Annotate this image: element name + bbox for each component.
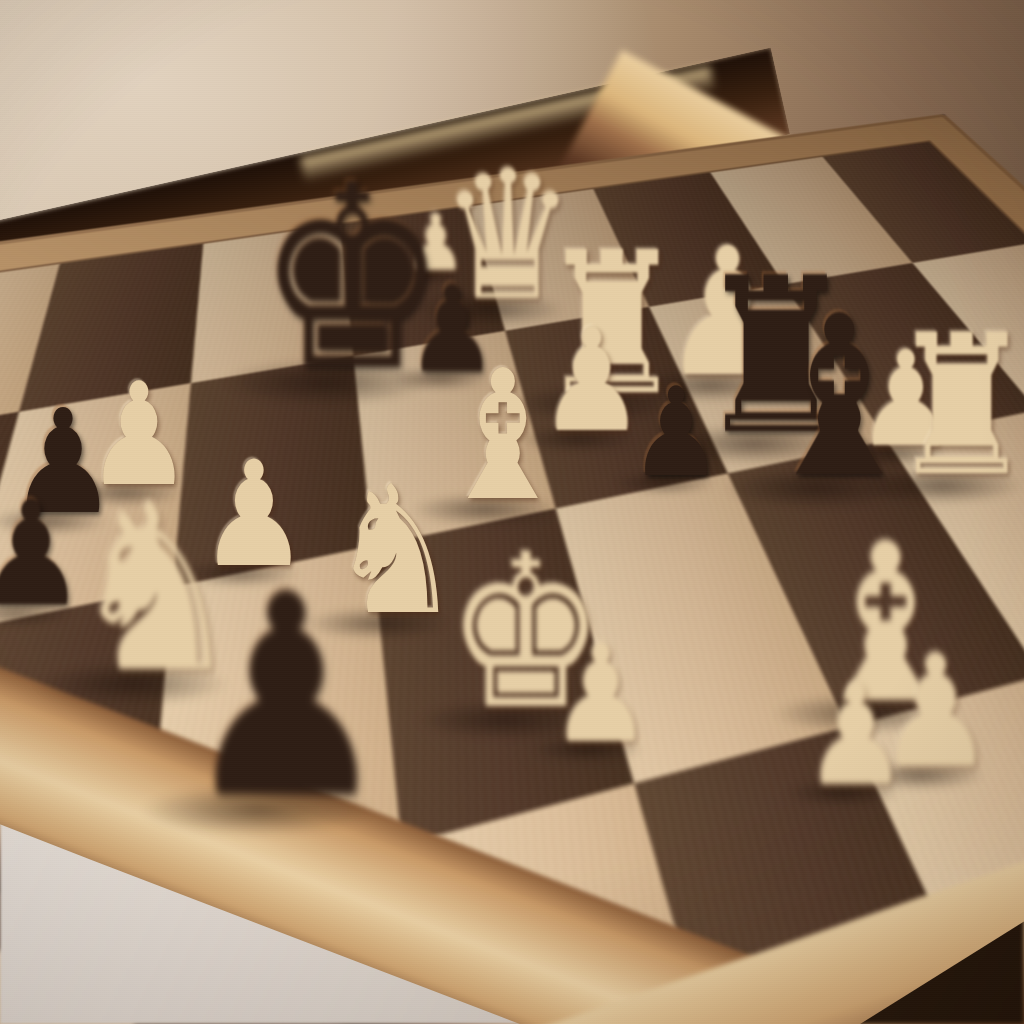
- piece-white-pawn-g2[interactable]: ♟: [804, 667, 909, 806]
- piece-black-bishop-g4[interactable]: ♝: [755, 286, 922, 508]
- pieces-layer: ♟♛♟♚♟♜♟♜♟♟♜♝♟♝♟♟♟♞♞♝♚♟♟♟♟: [0, 0, 1024, 1024]
- piece-black-pawn-c2[interactable]: ♟: [181, 558, 390, 836]
- piece-white-pawn-f2[interactable]: ♟: [550, 627, 652, 762]
- piece-black-pawn-f4[interactable]: ♟: [630, 371, 723, 494]
- piece-black-king-c6[interactable]: ♚: [257, 152, 448, 405]
- photo-scene: ♟♛♟♚♟♜♟♜♟♟♜♝♟♝♟♟♟♞♞♝♚♟♟♟♟: [0, 0, 1024, 1024]
